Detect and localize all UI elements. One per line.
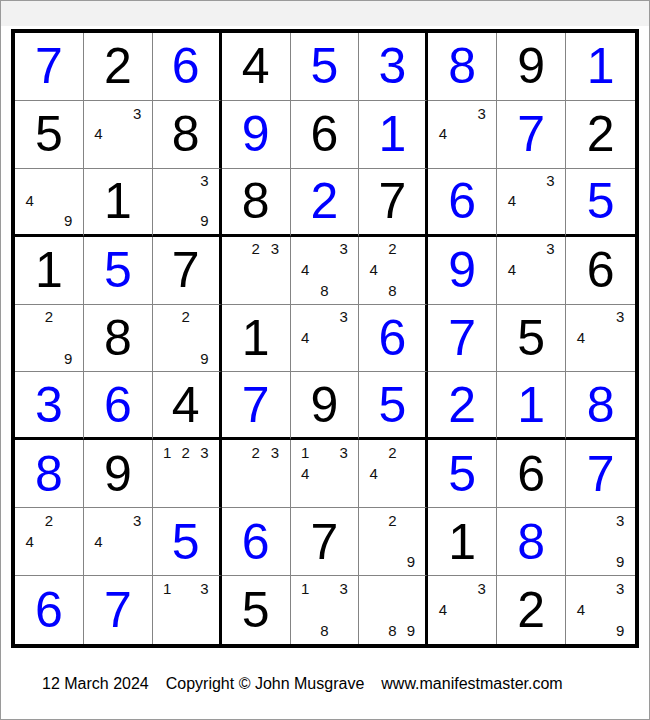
cell-r9c7[interactable]: 34 xyxy=(428,576,497,644)
pencil-marks: 39 xyxy=(571,510,630,572)
cell-r3c4[interactable]: 8 xyxy=(222,169,291,237)
solved-digit: 2 xyxy=(448,380,476,430)
solved-digit: 9 xyxy=(242,109,270,159)
top-band xyxy=(1,1,649,26)
cell-r8c8[interactable]: 8 xyxy=(497,508,566,576)
pencil-mark-3: 3 xyxy=(541,171,560,191)
given-digit: 2 xyxy=(517,585,545,635)
cell-r6c7[interactable]: 2 xyxy=(428,372,497,440)
solved-digit: 7 xyxy=(448,313,476,363)
cell-r5c2[interactable]: 8 xyxy=(84,305,153,373)
solved-digit: 9 xyxy=(448,245,476,295)
cell-r6c9[interactable]: 8 xyxy=(566,372,635,440)
pencil-marks: 23 xyxy=(227,442,285,504)
cell-r5c4[interactable]: 1 xyxy=(222,305,291,373)
cell-r4c5[interactable]: 348 xyxy=(291,237,360,305)
pencil-mark-4: 4 xyxy=(502,191,521,211)
given-digit: 8 xyxy=(242,176,270,226)
cell-r3c6[interactable]: 7 xyxy=(359,169,428,237)
cell-r5c3[interactable]: 29 xyxy=(153,305,222,373)
cell-r9c8[interactable]: 2 xyxy=(497,576,566,644)
solved-digit: 5 xyxy=(587,176,615,226)
pencil-mark-4: 4 xyxy=(571,599,591,620)
pencil-mark-8: 8 xyxy=(383,620,402,641)
pencil-mark-3: 3 xyxy=(334,578,353,599)
given-digit: 9 xyxy=(517,41,545,91)
pencil-mark-4: 4 xyxy=(364,259,383,280)
given-digit: 8 xyxy=(104,313,132,363)
pencil-mark-8: 8 xyxy=(383,280,402,301)
cell-r1c4[interactable]: 4 xyxy=(222,33,291,101)
solved-digit: 8 xyxy=(517,517,545,567)
cell-r9c9[interactable]: 349 xyxy=(566,576,635,644)
pencil-mark-3: 3 xyxy=(127,510,146,531)
pencil-marks: 29 xyxy=(364,510,420,572)
pencil-marks: 34 xyxy=(571,307,630,369)
cell-r6c8[interactable]: 1 xyxy=(497,372,566,440)
pencil-marks: 34 xyxy=(433,103,491,165)
solved-digit: 5 xyxy=(104,245,132,295)
pencil-mark-2: 2 xyxy=(383,510,402,531)
cell-r3c8[interactable]: 34 xyxy=(497,169,566,237)
cell-r1c9[interactable]: 1 xyxy=(566,33,635,101)
pencil-mark-2: 2 xyxy=(176,307,195,328)
cell-r8c4[interactable]: 6 xyxy=(222,508,291,576)
cell-r8c7[interactable]: 1 xyxy=(428,508,497,576)
cell-r9c3[interactable]: 13 xyxy=(153,576,222,644)
solved-digit: 6 xyxy=(35,585,63,635)
given-digit: 7 xyxy=(172,245,200,295)
pencil-mark-3: 3 xyxy=(127,103,146,124)
pencil-marks: 39 xyxy=(158,171,214,231)
pencil-marks: 134 xyxy=(296,442,354,504)
cell-r8c5[interactable]: 7 xyxy=(291,508,360,576)
pencil-mark-9: 9 xyxy=(59,211,78,231)
cell-r2c5[interactable]: 6 xyxy=(291,101,360,169)
pencil-mark-4: 4 xyxy=(433,124,452,145)
pencil-mark-2: 2 xyxy=(383,442,402,463)
pencil-mark-3: 3 xyxy=(334,307,353,328)
cell-r4c1[interactable]: 1 xyxy=(15,237,84,305)
cell-r9c6[interactable]: 89 xyxy=(359,576,428,644)
given-digit: 6 xyxy=(587,245,615,295)
pencil-mark-4: 4 xyxy=(502,259,521,280)
cell-r3c1[interactable]: 49 xyxy=(15,169,84,237)
cell-r7c9[interactable]: 7 xyxy=(566,440,635,508)
given-digit: 5 xyxy=(517,313,545,363)
cell-r4c6[interactable]: 248 xyxy=(359,237,428,305)
solved-digit: 2 xyxy=(311,176,339,226)
pencil-mark-3: 3 xyxy=(334,239,353,260)
pencil-mark-2: 2 xyxy=(176,442,195,463)
solved-digit: 5 xyxy=(378,380,406,430)
given-digit: 9 xyxy=(311,380,339,430)
cell-r9c5[interactable]: 138 xyxy=(291,576,360,644)
cell-r8c2[interactable]: 34 xyxy=(84,508,153,576)
cell-r8c1[interactable]: 24 xyxy=(15,508,84,576)
pencil-mark-4: 4 xyxy=(89,124,108,145)
cell-r2c6[interactable]: 1 xyxy=(359,101,428,169)
cell-r7c7[interactable]: 5 xyxy=(428,440,497,508)
cell-r3c3[interactable]: 39 xyxy=(153,169,222,237)
given-digit: 1 xyxy=(35,245,63,295)
cell-r6c3[interactable]: 4 xyxy=(153,372,222,440)
pencil-mark-9: 9 xyxy=(195,211,214,231)
solved-digit: 1 xyxy=(587,41,615,91)
given-digit: 9 xyxy=(104,449,132,499)
given-digit: 5 xyxy=(35,109,63,159)
pencil-marks: 89 xyxy=(364,578,420,641)
pencil-marks: 34 xyxy=(296,307,354,369)
pencil-mark-2: 2 xyxy=(39,307,58,328)
cell-r2c8[interactable]: 7 xyxy=(497,101,566,169)
pencil-mark-2: 2 xyxy=(39,510,58,531)
pencil-mark-1: 1 xyxy=(158,578,177,599)
pencil-mark-3: 3 xyxy=(541,239,560,260)
solved-digit: 7 xyxy=(104,585,132,635)
pencil-mark-3: 3 xyxy=(472,103,491,124)
cell-r7c2[interactable]: 9 xyxy=(84,440,153,508)
cell-r5c5[interactable]: 34 xyxy=(291,305,360,373)
cell-r6c6[interactable]: 5 xyxy=(359,372,428,440)
pencil-mark-1: 1 xyxy=(296,578,315,599)
cell-r2c4[interactable]: 9 xyxy=(222,101,291,169)
given-digit: 1 xyxy=(448,517,476,567)
cell-r4c7[interactable]: 9 xyxy=(428,237,497,305)
given-digit: 6 xyxy=(517,449,545,499)
pencil-marks: 34 xyxy=(433,578,491,641)
pencil-mark-9: 9 xyxy=(59,348,78,369)
cell-r5c1[interactable]: 29 xyxy=(15,305,84,373)
pencil-marks: 348 xyxy=(296,239,354,301)
pencil-marks: 13 xyxy=(158,578,214,641)
cell-r8c9[interactable]: 39 xyxy=(566,508,635,576)
solved-digit: 5 xyxy=(172,517,200,567)
pencil-mark-3: 3 xyxy=(610,510,630,531)
solved-digit: 8 xyxy=(35,449,63,499)
given-digit: 1 xyxy=(242,313,270,363)
pencil-mark-3: 3 xyxy=(195,578,214,599)
pencil-mark-9: 9 xyxy=(402,620,421,641)
footer: 12 March 2024 Copyright © John Musgrave … xyxy=(42,675,563,693)
cell-r4c8[interactable]: 34 xyxy=(497,237,566,305)
cell-r6c4[interactable]: 7 xyxy=(222,372,291,440)
solved-digit: 6 xyxy=(242,517,270,567)
pencil-mark-2: 2 xyxy=(246,442,265,463)
given-digit: 8 xyxy=(172,109,200,159)
cell-r5c6[interactable]: 6 xyxy=(359,305,428,373)
given-digit: 7 xyxy=(378,176,406,226)
pencil-mark-4: 4 xyxy=(433,599,452,620)
cell-r7c3[interactable]: 123 xyxy=(153,440,222,508)
cell-r6c1[interactable]: 3 xyxy=(15,372,84,440)
cell-r2c7[interactable]: 34 xyxy=(428,101,497,169)
given-digit: 4 xyxy=(242,41,270,91)
given-digit: 4 xyxy=(172,380,200,430)
pencil-mark-2: 2 xyxy=(246,239,265,260)
solved-digit: 7 xyxy=(587,449,615,499)
pencil-mark-1: 1 xyxy=(296,442,315,463)
footer-copyright: Copyright © John Musgrave xyxy=(166,675,365,693)
pencil-marks: 34 xyxy=(502,239,560,301)
pencil-mark-3: 3 xyxy=(195,442,214,463)
given-digit: 1 xyxy=(104,176,132,226)
solved-digit: 6 xyxy=(104,380,132,430)
pencil-mark-4: 4 xyxy=(20,531,39,552)
pencil-mark-8: 8 xyxy=(315,280,334,301)
cell-r7c1[interactable]: 8 xyxy=(15,440,84,508)
cell-r7c6[interactable]: 24 xyxy=(359,440,428,508)
solved-digit: 7 xyxy=(517,109,545,159)
pencil-marks: 24 xyxy=(364,442,420,504)
cell-r9c2[interactable]: 7 xyxy=(84,576,153,644)
pencil-marks: 138 xyxy=(296,578,354,641)
cell-r5c9[interactable]: 34 xyxy=(566,305,635,373)
pencil-mark-4: 4 xyxy=(20,191,39,211)
solved-digit: 3 xyxy=(35,380,63,430)
pencil-marks: 29 xyxy=(20,307,78,369)
solved-digit: 3 xyxy=(378,41,406,91)
cell-r7c4[interactable]: 23 xyxy=(222,440,291,508)
given-digit: 5 xyxy=(242,585,270,635)
cell-r7c5[interactable]: 134 xyxy=(291,440,360,508)
solved-digit: 6 xyxy=(378,313,406,363)
pencil-mark-4: 4 xyxy=(296,463,315,484)
solved-digit: 8 xyxy=(587,380,615,430)
pencil-marks: 49 xyxy=(20,171,78,231)
pencil-marks: 29 xyxy=(158,307,214,369)
pencil-marks: 34 xyxy=(502,171,560,231)
solved-digit: 1 xyxy=(517,380,545,430)
cell-r6c2[interactable]: 6 xyxy=(84,372,153,440)
cell-r6c5[interactable]: 9 xyxy=(291,372,360,440)
pencil-mark-4: 4 xyxy=(364,463,383,484)
pencil-mark-3: 3 xyxy=(472,578,491,599)
pencil-marks: 349 xyxy=(571,578,630,641)
cell-r1c3[interactable]: 6 xyxy=(153,33,222,101)
pencil-marks: 123 xyxy=(158,442,214,504)
cell-r1c5[interactable]: 5 xyxy=(291,33,360,101)
cell-r8c3[interactable]: 5 xyxy=(153,508,222,576)
pencil-mark-4: 4 xyxy=(571,327,591,348)
cell-r4c4[interactable]: 23 xyxy=(222,237,291,305)
solved-digit: 6 xyxy=(172,41,200,91)
pencil-marks: 34 xyxy=(89,103,147,165)
pencil-mark-4: 4 xyxy=(296,327,315,348)
solved-digit: 7 xyxy=(242,380,270,430)
pencil-marks: 24 xyxy=(20,510,78,572)
cell-r1c8[interactable]: 9 xyxy=(497,33,566,101)
cell-r9c4[interactable]: 5 xyxy=(222,576,291,644)
pencil-mark-3: 3 xyxy=(610,307,630,328)
cell-r1c7[interactable]: 8 xyxy=(428,33,497,101)
cell-r1c2[interactable]: 2 xyxy=(84,33,153,101)
solved-digit: 8 xyxy=(448,41,476,91)
cell-r3c2[interactable]: 1 xyxy=(84,169,153,237)
cell-r1c1[interactable]: 7 xyxy=(15,33,84,101)
pencil-mark-8: 8 xyxy=(315,620,334,641)
pencil-mark-9: 9 xyxy=(402,551,421,572)
cell-r2c1[interactable]: 5 xyxy=(15,101,84,169)
solved-digit: 1 xyxy=(378,109,406,159)
pencil-mark-3: 3 xyxy=(265,442,284,463)
cell-r4c2[interactable]: 5 xyxy=(84,237,153,305)
solved-digit: 5 xyxy=(311,41,339,91)
footer-website: www.manifestmaster.com xyxy=(381,675,562,693)
cell-r1c6[interactable]: 3 xyxy=(359,33,428,101)
solved-digit: 5 xyxy=(448,449,476,499)
pencil-mark-3: 3 xyxy=(195,171,214,191)
pencil-mark-9: 9 xyxy=(195,348,214,369)
cell-r2c3[interactable]: 8 xyxy=(153,101,222,169)
pencil-marks: 34 xyxy=(89,510,147,572)
pencil-marks: 248 xyxy=(364,239,420,301)
cell-r2c9[interactable]: 2 xyxy=(566,101,635,169)
cell-r4c3[interactable]: 7 xyxy=(153,237,222,305)
given-digit: 2 xyxy=(104,41,132,91)
cell-r2c2[interactable]: 34 xyxy=(84,101,153,169)
cell-r9c1[interactable]: 6 xyxy=(15,576,84,644)
cell-r3c5[interactable]: 2 xyxy=(291,169,360,237)
pencil-mark-4: 4 xyxy=(89,531,108,552)
pencil-mark-3: 3 xyxy=(334,442,353,463)
cell-r7c8[interactable]: 6 xyxy=(497,440,566,508)
cell-r5c7[interactable]: 7 xyxy=(428,305,497,373)
footer-date: 12 March 2024 xyxy=(42,675,149,693)
given-digit: 6 xyxy=(311,109,339,159)
solved-digit: 6 xyxy=(448,176,476,226)
cell-r3c9[interactable]: 5 xyxy=(566,169,635,237)
given-digit: 2 xyxy=(587,109,615,159)
pencil-mark-9: 9 xyxy=(610,620,630,641)
cell-r4c9[interactable]: 6 xyxy=(566,237,635,305)
solved-digit: 7 xyxy=(35,41,63,91)
given-digit: 7 xyxy=(311,517,339,567)
pencil-mark-3: 3 xyxy=(610,578,630,599)
cell-r3c7[interactable]: 6 xyxy=(428,169,497,237)
pencil-mark-9: 9 xyxy=(610,551,630,572)
pencil-mark-4: 4 xyxy=(296,259,315,280)
pencil-mark-3: 3 xyxy=(265,239,284,260)
pencil-marks: 23 xyxy=(227,239,285,301)
pencil-mark-1: 1 xyxy=(158,442,177,463)
pencil-mark-2: 2 xyxy=(383,239,402,260)
sudoku-board: 7264538915348961347249139827634515723348… xyxy=(11,29,639,648)
cell-r8c6[interactable]: 29 xyxy=(359,508,428,576)
cell-r5c8[interactable]: 5 xyxy=(497,305,566,373)
